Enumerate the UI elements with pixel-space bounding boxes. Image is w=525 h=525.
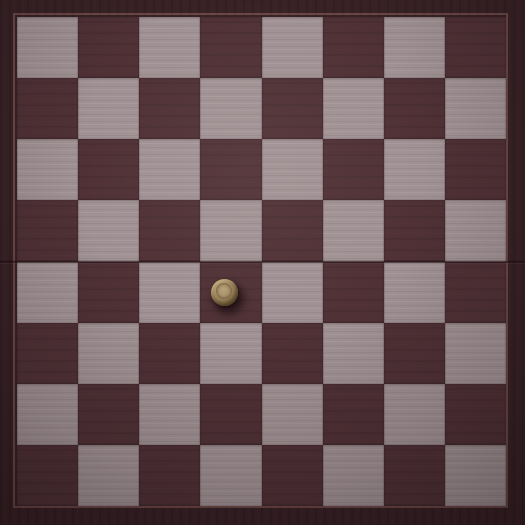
square-d8[interactable] [200,17,261,78]
white-pawn[interactable] [211,279,238,306]
square-d2[interactable] [200,384,261,445]
square-c4[interactable] [139,262,200,323]
square-h8[interactable] [445,17,506,78]
square-h7[interactable] [445,78,506,139]
square-f3[interactable] [323,323,384,384]
square-c2[interactable] [139,384,200,445]
square-b1[interactable] [78,445,139,506]
square-b7[interactable] [78,78,139,139]
square-g2[interactable] [384,384,445,445]
square-b4[interactable] [78,262,139,323]
square-c1[interactable] [139,445,200,506]
square-g5[interactable] [384,200,445,261]
square-d7[interactable] [200,78,261,139]
square-f6[interactable] [323,139,384,200]
square-g7[interactable] [384,78,445,139]
square-h4[interactable] [445,262,506,323]
square-b3[interactable] [78,323,139,384]
square-b8[interactable] [78,17,139,78]
square-b5[interactable] [78,200,139,261]
square-g3[interactable] [384,323,445,384]
square-f4[interactable] [323,262,384,323]
square-a5[interactable] [17,200,78,261]
square-a7[interactable] [17,78,78,139]
square-e1[interactable] [262,445,323,506]
square-f2[interactable] [323,384,384,445]
chessboard-photo [0,0,525,525]
square-d3[interactable] [200,323,261,384]
square-h1[interactable] [445,445,506,506]
square-c7[interactable] [139,78,200,139]
square-d5[interactable] [200,200,261,261]
square-f7[interactable] [323,78,384,139]
square-e4[interactable] [262,262,323,323]
square-a6[interactable] [17,139,78,200]
square-c3[interactable] [139,323,200,384]
square-g8[interactable] [384,17,445,78]
square-h3[interactable] [445,323,506,384]
square-h2[interactable] [445,384,506,445]
square-b2[interactable] [78,384,139,445]
square-e2[interactable] [262,384,323,445]
square-f5[interactable] [323,200,384,261]
square-h5[interactable] [445,200,506,261]
board [17,17,506,506]
square-g4[interactable] [384,262,445,323]
square-e8[interactable] [262,17,323,78]
square-a8[interactable] [17,17,78,78]
square-e3[interactable] [262,323,323,384]
square-c6[interactable] [139,139,200,200]
square-a2[interactable] [17,384,78,445]
square-c5[interactable] [139,200,200,261]
square-e6[interactable] [262,139,323,200]
square-a4[interactable] [17,262,78,323]
square-a3[interactable] [17,323,78,384]
square-c8[interactable] [139,17,200,78]
square-f1[interactable] [323,445,384,506]
square-g1[interactable] [384,445,445,506]
square-e7[interactable] [262,78,323,139]
pawn-top-highlight [216,283,232,299]
square-g6[interactable] [384,139,445,200]
square-a1[interactable] [17,445,78,506]
square-b6[interactable] [78,139,139,200]
square-f8[interactable] [323,17,384,78]
square-h6[interactable] [445,139,506,200]
square-d1[interactable] [200,445,261,506]
square-e5[interactable] [262,200,323,261]
square-d6[interactable] [200,139,261,200]
